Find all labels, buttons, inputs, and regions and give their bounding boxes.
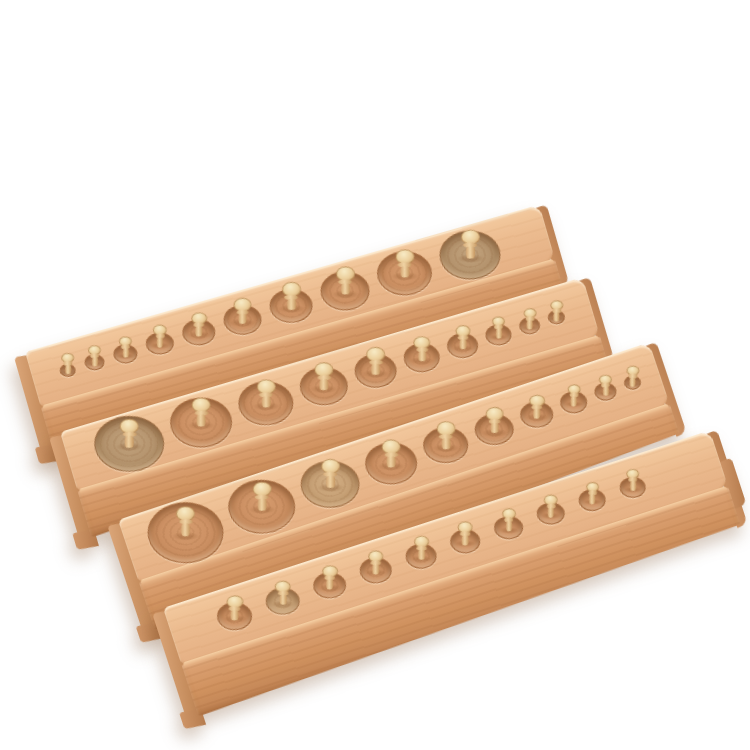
cylinder-knob-icon (455, 325, 470, 349)
knob-stem (418, 351, 426, 361)
cylinder-knob-icon (626, 366, 639, 387)
block-3-cylinder-1 (148, 502, 224, 563)
block-3-cylinder-7 (520, 402, 553, 428)
block-1-cylinder-6 (224, 305, 262, 335)
knob-stem (418, 550, 425, 560)
knob-stem (589, 494, 595, 504)
block-1-cylinder-3 (113, 344, 137, 363)
block-3-cylinder-10 (624, 376, 641, 390)
knob-stem (466, 247, 475, 259)
cylinder-knob-icon (153, 324, 167, 347)
block-2-cylinder-1 (94, 416, 164, 472)
block-3-cylinder-2 (228, 480, 295, 534)
block-1-cylinder-4 (146, 332, 174, 354)
knob-stem (92, 357, 98, 366)
block-2-cylinder-4 (300, 367, 348, 405)
block-3-cylinder-4 (365, 442, 417, 484)
cylinder-knob-icon (436, 421, 455, 449)
knob-stem (279, 595, 286, 605)
cylinder-knob-icon (252, 482, 271, 511)
block-1-cylinder-7 (270, 289, 313, 323)
knob-stem (195, 326, 202, 336)
block-4-cylinder-1 (217, 602, 252, 630)
knob-stem (506, 521, 512, 531)
block-3-cylinder-5 (423, 427, 468, 463)
block-2-cylinder-3 (238, 381, 293, 425)
cylinder-knob-icon (550, 300, 563, 321)
block-3-cylinder-8 (560, 391, 587, 413)
block-2-cylinder-7 (447, 333, 478, 358)
cylinder-knob-icon (502, 508, 516, 531)
knob-stem (372, 564, 379, 574)
block-3-cylinder-6 (475, 414, 514, 445)
block-1-cylinder-2 (85, 354, 105, 370)
block-2-cylinder-8 (485, 324, 511, 345)
knob-stem (181, 523, 190, 536)
knob-stem (527, 320, 533, 329)
knob-stem (319, 379, 328, 390)
knob-stem (495, 328, 501, 338)
knob-stem (157, 337, 163, 347)
knob-stem (387, 456, 396, 467)
cylinder-knob-icon (368, 550, 383, 574)
cylinder-knob-icon (282, 282, 301, 310)
cylinder-knob-icon (191, 312, 207, 336)
cylinder-knob-icon (234, 298, 252, 324)
cylinder-knob-icon (485, 407, 503, 433)
block-4-cylinder-4 (360, 557, 392, 583)
cylinder-knob-icon (413, 336, 430, 361)
cylinder-knob-icon (529, 395, 545, 419)
cylinder-knob-icon (492, 316, 505, 338)
block-1-cylinder-1 (60, 364, 76, 377)
knob-stem (548, 508, 554, 518)
knob-stem (553, 312, 559, 321)
knob-stem (65, 365, 71, 374)
block-2-cylinder-10 (548, 310, 565, 324)
block-4-cylinder-2 (266, 588, 300, 615)
knob-stem (533, 409, 540, 419)
knob-stem (197, 415, 206, 427)
knob-stem (122, 348, 128, 357)
cylinder-knob-icon (626, 469, 639, 491)
block-2-cylinder-2 (170, 398, 232, 448)
block-1-cylinder-9 (377, 251, 432, 295)
cylinder-knob-icon (119, 336, 132, 357)
block-1-cylinder-10 (440, 231, 501, 280)
cylinder-knob-icon (321, 459, 340, 488)
cylinder-knob-icon (382, 439, 401, 467)
knob-stem (462, 535, 469, 545)
knob-stem (441, 438, 450, 449)
knob-stem (341, 283, 350, 294)
cylinder-knob-icon (322, 565, 338, 589)
knob-stem (239, 314, 247, 324)
block-3-cylinder-3 (301, 461, 360, 508)
cylinder-knob-icon (176, 506, 195, 536)
montessori-cylinder-blocks-photo (0, 0, 750, 750)
cylinder-knob-icon (336, 266, 355, 294)
cylinder-knob-icon (256, 379, 275, 407)
block-3-cylinder-9 (594, 383, 616, 401)
block-4-cylinder-9 (579, 489, 606, 511)
block-2-cylinder-9 (519, 317, 540, 334)
cylinder-knob-icon (314, 362, 333, 390)
knob-stem (326, 476, 335, 488)
block-4-cylinder-8 (537, 503, 565, 525)
cylinder-knob-icon (458, 521, 473, 545)
cylinder-knob-icon (544, 495, 558, 518)
cylinder-knob-icon (226, 595, 243, 620)
cylinder-knob-icon (61, 353, 74, 374)
knob-stem (459, 339, 466, 349)
knob-stem (326, 579, 333, 589)
cylinder-knob-icon (120, 419, 139, 448)
knob-stem (571, 396, 577, 406)
block-4-cylinder-5 (406, 544, 437, 569)
cylinder-knob-icon (567, 384, 580, 406)
knob-stem (125, 436, 134, 448)
block-2-cylinder-6 (404, 343, 440, 372)
block-2-cylinder-5 (355, 354, 397, 388)
cylinder-knob-icon (275, 581, 291, 605)
knob-stem (400, 266, 409, 277)
cylinder-knob-icon (586, 482, 599, 504)
block-4-cylinder-3 (313, 572, 346, 598)
knob-stem (602, 387, 608, 396)
block-4-cylinder-7 (494, 516, 523, 539)
block-4-cylinder-6 (450, 529, 480, 553)
cylinder-knob-icon (366, 347, 385, 375)
cylinder-knob-icon (523, 308, 536, 329)
block-4-cylinder-10 (620, 477, 646, 498)
knob-stem (287, 299, 296, 310)
cylinder-knob-icon (395, 249, 414, 277)
knob-stem (630, 378, 636, 387)
cylinder-knob-icon (461, 230, 480, 259)
block-1-cylinder-5 (182, 319, 215, 345)
knob-stem (371, 364, 380, 375)
cylinder-knob-icon (414, 536, 429, 560)
knob-stem (257, 499, 266, 511)
knob-stem (231, 610, 239, 620)
cylinder-knob-icon (192, 398, 211, 427)
knob-stem (261, 396, 270, 407)
knob-stem (630, 481, 636, 491)
cylinder-knob-icon (599, 375, 612, 396)
cylinder-knob-icon (88, 345, 101, 366)
block-1-cylinder-8 (321, 271, 370, 310)
knob-stem (490, 423, 498, 433)
